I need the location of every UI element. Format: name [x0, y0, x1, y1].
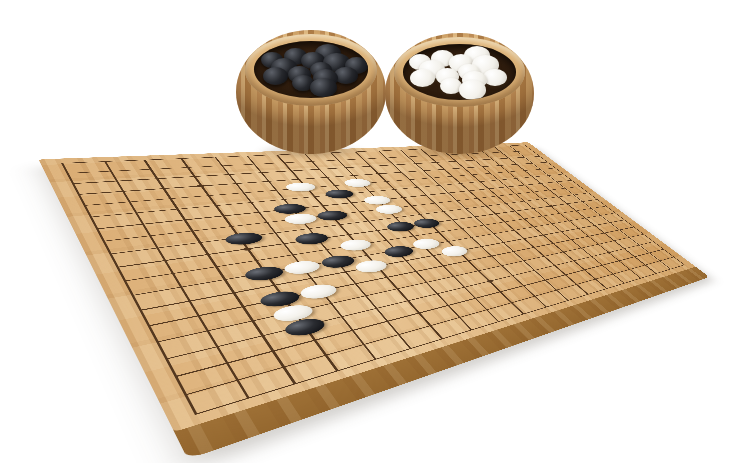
bowl-stone-white [410, 69, 435, 87]
bowl-stone-white [459, 80, 486, 99]
bowl-stone-black [263, 67, 288, 85]
bowl-opening [254, 41, 368, 98]
white-stones-bowl [385, 33, 534, 154]
bowl-opening [403, 44, 516, 100]
bowl-stone-black [310, 78, 337, 97]
go-set-photo [0, 0, 750, 463]
go-board [61, 145, 685, 415]
black-stones-bowl [236, 30, 386, 154]
